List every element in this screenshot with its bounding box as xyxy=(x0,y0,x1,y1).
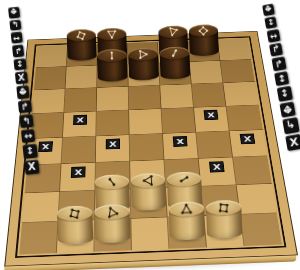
strip-die[interactable]: ↔↕ xyxy=(279,101,296,118)
die-front-face-arrow: ↕ xyxy=(173,146,188,157)
die-front-face-arrow: ↰ xyxy=(71,177,86,189)
game-board: X↱X↕X↑X↰X↕X↱X↰X↰ xyxy=(4,31,298,267)
pawn-top-face xyxy=(189,24,218,37)
strip-die[interactable]: ↕ xyxy=(274,71,289,86)
pawn-value-symbol-3 xyxy=(102,205,122,218)
pawn-value-symbol-4 xyxy=(214,201,234,214)
pawn-top-face xyxy=(169,201,205,217)
die-front-face-arrow: ↱ xyxy=(241,144,256,155)
die-top-face-x: X xyxy=(71,166,86,178)
strip-die[interactable]: X xyxy=(285,134,300,152)
strip-die[interactable]: ↕ xyxy=(277,86,293,102)
pawn-top-face xyxy=(131,173,166,189)
pawn-top-face xyxy=(97,49,127,63)
board-tilt-wrapper: X↱X↕X↑X↰X↕X↱X↰X↰ xyxy=(0,0,300,270)
pawn-value-symbol-3 xyxy=(165,26,181,37)
strip-die[interactable]: X xyxy=(24,159,39,174)
dark-pawn-4[interactable] xyxy=(68,43,97,61)
strip-die[interactable]: ↔ xyxy=(21,129,35,143)
die-top-face-x: X xyxy=(173,136,188,147)
pieces-layer: X↱X↕X↑X↰X↕X↱X↰X↰ xyxy=(19,39,282,255)
strip-die[interactable]: ↔↕ xyxy=(262,3,275,16)
pawn-top-face xyxy=(159,46,189,60)
die-front-face-arrow: ↱ xyxy=(73,125,87,136)
photo-stage: X↱X↕X↑X↰X↕X↱X↰X↰ ↔↕↰↔↱↕X↔↕↱↰↔↕X ↔↕↕↔↱↱↕↕… xyxy=(0,0,300,270)
strip-die[interactable]: ↱ xyxy=(272,56,287,71)
strip-die[interactable]: ↔ xyxy=(11,32,23,44)
die-top-face-x: X xyxy=(38,141,53,152)
pawn-top-face xyxy=(128,48,158,62)
strip-die[interactable]: X xyxy=(15,72,28,85)
die-front-face-arrow: ↑ xyxy=(38,152,53,163)
strip-die[interactable]: ↕ xyxy=(23,144,38,159)
pawn-value-symbol-3 xyxy=(176,202,196,215)
die-top-face-x: X xyxy=(240,133,256,144)
pawn-value-symbol-3 xyxy=(135,49,152,60)
pawn-value-symbol-3 xyxy=(104,29,120,40)
pawn-value-symbol-2 xyxy=(174,173,193,186)
pawn-value-symbol-3 xyxy=(138,174,157,187)
die-top-face-x: X xyxy=(73,115,87,125)
die-top-face-x: X xyxy=(209,161,225,173)
pawn-top-face xyxy=(97,28,126,41)
four-way-arrow-icon: ↔↕ xyxy=(279,101,296,118)
dark-pawn-2[interactable] xyxy=(160,61,191,80)
pawn-top-face xyxy=(167,171,202,187)
strip-die[interactable]: ↔↕ xyxy=(8,7,20,19)
pawn-top-face xyxy=(67,29,96,42)
light-pawn-3[interactable] xyxy=(169,214,206,240)
pawn-value-symbol-2 xyxy=(166,47,183,58)
strip-die[interactable]: ↔ xyxy=(267,29,281,43)
die-top-face-x: X xyxy=(106,139,120,150)
four-way-arrow-icon: ↔↕ xyxy=(16,85,30,99)
pawn-top-face xyxy=(206,200,242,216)
strip-die[interactable]: ↳ xyxy=(282,117,299,134)
light-pawn-4[interactable] xyxy=(205,213,243,239)
pawn-top-face xyxy=(57,205,93,221)
light-pawn-4[interactable] xyxy=(58,219,94,245)
strip-die[interactable]: ↔↕ xyxy=(16,85,30,99)
strip-die[interactable]: ↕ xyxy=(264,16,277,29)
strip-die[interactable]: ↱ xyxy=(18,100,32,114)
pawn-top-face xyxy=(158,25,187,38)
light-pawn-3[interactable] xyxy=(95,217,130,243)
pawn-value-symbol-4 xyxy=(195,25,211,36)
die-front-face-arrow: ↰ xyxy=(210,172,225,184)
die-front-face-arrow: ↕ xyxy=(205,120,219,131)
dark-pawn-3[interactable] xyxy=(129,62,159,81)
pawn-value-symbol-2 xyxy=(103,50,120,61)
pawn-value-symbol-4 xyxy=(73,30,89,41)
die-front-face-arrow: ↰ xyxy=(106,149,121,160)
strip-die[interactable]: ↰ xyxy=(19,114,33,128)
strip-die[interactable]: ↰ xyxy=(9,19,21,31)
pawn-value-symbol-2 xyxy=(102,175,121,188)
four-way-arrow-icon: ↔↕ xyxy=(8,7,20,19)
strip-die[interactable]: ↱ xyxy=(12,45,25,58)
pawn-top-face xyxy=(94,204,130,220)
dark-pawn-4[interactable] xyxy=(188,39,219,57)
light-pawn-3[interactable] xyxy=(132,186,167,211)
four-way-arrow-icon: ↔↕ xyxy=(262,3,275,16)
pawn-value-symbol-4 xyxy=(65,207,85,220)
strip-die[interactable]: ↕ xyxy=(13,58,26,71)
strip-die[interactable]: ↱ xyxy=(269,42,283,56)
dark-pawn-2[interactable] xyxy=(98,63,128,82)
pawn-top-face xyxy=(95,174,130,190)
